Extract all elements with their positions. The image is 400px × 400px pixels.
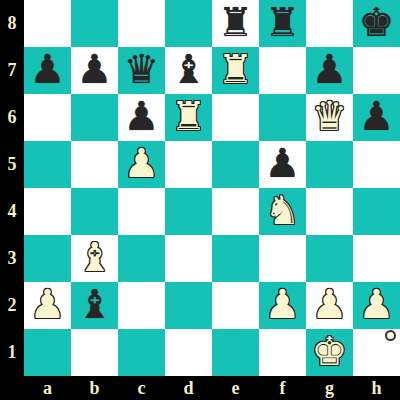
file-label-g: g bbox=[306, 376, 353, 400]
chess-board: ♜♜♚♟♟♛♝♜♟♟♜♛♟♟♟♞♝♟♝♟♟♟♚ bbox=[24, 0, 400, 376]
piece-white-pawn: ♟ bbox=[359, 281, 395, 328]
square-e1[interactable] bbox=[212, 329, 259, 376]
file-label-f: f bbox=[259, 376, 306, 400]
piece-black-bishop: ♝ bbox=[77, 281, 113, 328]
square-h4[interactable] bbox=[353, 188, 400, 235]
square-h6[interactable]: ♟ bbox=[353, 94, 400, 141]
square-c8[interactable] bbox=[118, 0, 165, 47]
piece-white-rook: ♜ bbox=[171, 93, 207, 140]
piece-white-knight: ♞ bbox=[265, 187, 301, 234]
file-label-b: b bbox=[71, 376, 118, 400]
piece-black-pawn: ♟ bbox=[124, 93, 160, 140]
square-f7[interactable] bbox=[259, 47, 306, 94]
rank-label-2: 2 bbox=[0, 282, 24, 329]
square-a4[interactable] bbox=[24, 188, 71, 235]
file-label-h: h bbox=[353, 376, 400, 400]
square-e3[interactable] bbox=[212, 235, 259, 282]
square-d4[interactable] bbox=[165, 188, 212, 235]
piece-black-bishop: ♝ bbox=[171, 46, 207, 93]
piece-black-pawn: ♟ bbox=[359, 93, 395, 140]
square-c4[interactable] bbox=[118, 188, 165, 235]
piece-black-rook: ♜ bbox=[218, 0, 254, 46]
square-b2[interactable]: ♝ bbox=[71, 282, 118, 329]
rank-label-5: 5 bbox=[0, 141, 24, 188]
square-b7[interactable]: ♟ bbox=[71, 47, 118, 94]
piece-white-rook: ♜ bbox=[218, 46, 254, 93]
square-d7[interactable]: ♝ bbox=[165, 47, 212, 94]
square-h7[interactable] bbox=[353, 47, 400, 94]
square-b3[interactable]: ♝ bbox=[71, 235, 118, 282]
square-f6[interactable] bbox=[259, 94, 306, 141]
square-b4[interactable] bbox=[71, 188, 118, 235]
square-d6[interactable]: ♜ bbox=[165, 94, 212, 141]
square-e6[interactable] bbox=[212, 94, 259, 141]
file-label-a: a bbox=[24, 376, 71, 400]
piece-white-bishop: ♝ bbox=[77, 234, 113, 281]
square-d1[interactable] bbox=[165, 329, 212, 376]
square-g2[interactable]: ♟ bbox=[306, 282, 353, 329]
file-labels-strip: abcdefgh bbox=[24, 376, 400, 400]
rank-label-1: 1 bbox=[0, 329, 24, 376]
square-e8[interactable]: ♜ bbox=[212, 0, 259, 47]
square-h8[interactable]: ♚ bbox=[353, 0, 400, 47]
square-b8[interactable] bbox=[71, 0, 118, 47]
square-d8[interactable] bbox=[165, 0, 212, 47]
square-e7[interactable]: ♜ bbox=[212, 47, 259, 94]
square-c7[interactable]: ♛ bbox=[118, 47, 165, 94]
square-g7[interactable]: ♟ bbox=[306, 47, 353, 94]
piece-black-queen: ♛ bbox=[124, 46, 160, 93]
square-f8[interactable]: ♜ bbox=[259, 0, 306, 47]
square-a2[interactable]: ♟ bbox=[24, 282, 71, 329]
square-e4[interactable] bbox=[212, 188, 259, 235]
square-f3[interactable] bbox=[259, 235, 306, 282]
square-f1[interactable] bbox=[259, 329, 306, 376]
piece-white-pawn: ♟ bbox=[265, 281, 301, 328]
square-h3[interactable] bbox=[353, 235, 400, 282]
piece-black-pawn: ♟ bbox=[30, 46, 66, 93]
rank-label-4: 4 bbox=[0, 188, 24, 235]
white-to-move-indicator bbox=[385, 330, 396, 341]
square-h5[interactable] bbox=[353, 141, 400, 188]
square-a3[interactable] bbox=[24, 235, 71, 282]
square-c1[interactable] bbox=[118, 329, 165, 376]
square-g6[interactable]: ♛ bbox=[306, 94, 353, 141]
piece-black-king: ♚ bbox=[359, 0, 395, 46]
square-c3[interactable] bbox=[118, 235, 165, 282]
square-c5[interactable]: ♟ bbox=[118, 141, 165, 188]
square-g3[interactable] bbox=[306, 235, 353, 282]
square-a8[interactable] bbox=[24, 0, 71, 47]
piece-black-pawn: ♟ bbox=[312, 46, 348, 93]
piece-white-king: ♚ bbox=[312, 328, 348, 375]
square-g1[interactable]: ♚ bbox=[306, 329, 353, 376]
file-label-c: c bbox=[118, 376, 165, 400]
square-a1[interactable] bbox=[24, 329, 71, 376]
square-a7[interactable]: ♟ bbox=[24, 47, 71, 94]
file-label-e: e bbox=[212, 376, 259, 400]
piece-black-pawn: ♟ bbox=[265, 140, 301, 187]
square-f5[interactable]: ♟ bbox=[259, 141, 306, 188]
chess-diagram: 87654321 ♜♜♚♟♟♛♝♜♟♟♜♛♟♟♟♞♝♟♝♟♟♟♚ abcdefg… bbox=[0, 0, 400, 400]
square-h2[interactable]: ♟ bbox=[353, 282, 400, 329]
square-c2[interactable] bbox=[118, 282, 165, 329]
square-b5[interactable] bbox=[71, 141, 118, 188]
square-g5[interactable] bbox=[306, 141, 353, 188]
rank-labels-strip: 87654321 bbox=[0, 0, 24, 376]
piece-white-pawn: ♟ bbox=[124, 140, 160, 187]
square-b6[interactable] bbox=[71, 94, 118, 141]
piece-white-pawn: ♟ bbox=[30, 281, 66, 328]
square-g4[interactable] bbox=[306, 188, 353, 235]
square-d5[interactable] bbox=[165, 141, 212, 188]
piece-black-pawn: ♟ bbox=[77, 46, 113, 93]
square-a6[interactable] bbox=[24, 94, 71, 141]
square-c6[interactable]: ♟ bbox=[118, 94, 165, 141]
piece-white-pawn: ♟ bbox=[312, 281, 348, 328]
square-a5[interactable] bbox=[24, 141, 71, 188]
rank-label-8: 8 bbox=[0, 0, 24, 47]
square-f2[interactable]: ♟ bbox=[259, 282, 306, 329]
file-label-d: d bbox=[165, 376, 212, 400]
piece-white-queen: ♛ bbox=[312, 93, 348, 140]
square-e2[interactable] bbox=[212, 282, 259, 329]
rank-label-6: 6 bbox=[0, 94, 24, 141]
square-d2[interactable] bbox=[165, 282, 212, 329]
square-e5[interactable] bbox=[212, 141, 259, 188]
piece-black-rook: ♜ bbox=[265, 0, 301, 46]
rank-label-7: 7 bbox=[0, 47, 24, 94]
square-b1[interactable] bbox=[71, 329, 118, 376]
rank-label-3: 3 bbox=[0, 235, 24, 282]
square-d3[interactable] bbox=[165, 235, 212, 282]
square-f4[interactable]: ♞ bbox=[259, 188, 306, 235]
square-g8[interactable] bbox=[306, 0, 353, 47]
